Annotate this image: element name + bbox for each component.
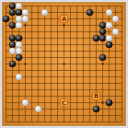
black-stone — [99, 54, 106, 61]
black-stone — [106, 99, 113, 106]
star-point — [63, 63, 65, 65]
black-stone — [93, 106, 100, 113]
svg-text:C: C — [62, 99, 67, 106]
black-stone — [99, 35, 106, 42]
board-svg: ABC — [2, 2, 126, 126]
white-stone — [112, 29, 119, 36]
white-stone — [22, 16, 29, 23]
white-stone — [16, 41, 23, 48]
svg-text:A: A — [62, 15, 67, 22]
white-stone — [9, 48, 16, 55]
white-stone — [16, 74, 23, 81]
black-stone — [99, 22, 106, 29]
go-board[interactable]: ABC — [2, 2, 126, 126]
black-stone — [3, 16, 10, 23]
white-stone — [35, 106, 42, 113]
star-point — [102, 63, 104, 65]
black-stone — [16, 9, 23, 16]
black-stone — [16, 54, 23, 61]
svg-text:B: B — [94, 92, 99, 99]
black-stone — [9, 41, 16, 48]
white-stone — [16, 3, 23, 10]
label-C[interactable]: C — [60, 99, 67, 107]
white-stone — [16, 48, 23, 55]
black-stone — [9, 3, 16, 10]
board-frame: ABC — [0, 0, 128, 128]
black-stone — [93, 35, 100, 42]
black-stone — [9, 35, 16, 42]
black-stone — [106, 41, 113, 48]
black-stone — [87, 9, 94, 16]
black-stone — [9, 61, 16, 68]
label-B[interactable]: B — [93, 92, 100, 100]
white-stone — [112, 16, 119, 23]
black-stone — [9, 9, 16, 16]
white-stone — [106, 35, 113, 42]
white-stone — [106, 9, 113, 16]
star-point — [102, 102, 104, 104]
white-stone — [16, 22, 23, 29]
black-stone — [9, 22, 16, 29]
star-point — [24, 63, 26, 65]
white-stone — [41, 9, 48, 16]
white-stone — [22, 99, 29, 106]
white-stone — [22, 9, 29, 16]
black-stone — [99, 29, 106, 36]
star-point — [63, 24, 65, 26]
white-stone — [106, 22, 113, 29]
label-A[interactable]: A — [60, 15, 67, 23]
star-point — [24, 24, 26, 26]
white-stone — [16, 16, 23, 23]
black-stone — [16, 35, 23, 42]
